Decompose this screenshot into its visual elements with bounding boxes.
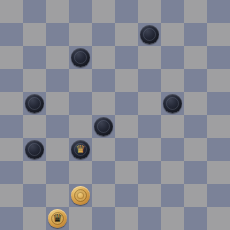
square-7-1 [161, 23, 184, 46]
square-18[interactable] [92, 69, 115, 92]
square-28[interactable] [92, 115, 115, 138]
square-6-6 [138, 138, 161, 161]
square-43[interactable] [115, 184, 138, 207]
black-man[interactable] [140, 25, 159, 44]
square-1-5 [23, 115, 46, 138]
square-1[interactable] [23, 0, 46, 23]
king-crown-icon: ♛ [76, 144, 86, 155]
square-2-8 [46, 184, 69, 207]
square-8-2 [184, 46, 207, 69]
square-2-4 [46, 92, 69, 115]
square-2-6 [46, 138, 69, 161]
square-9-3 [207, 69, 230, 92]
square-8-8 [184, 184, 207, 207]
square-3-3 [69, 69, 92, 92]
square-12[interactable] [69, 46, 92, 69]
square-8-6 [184, 138, 207, 161]
square-46[interactable] [0, 207, 23, 230]
draughts-board: ♛♛ [0, 0, 230, 230]
square-26[interactable] [0, 115, 23, 138]
square-7-9 [161, 207, 184, 230]
square-6-8 [138, 184, 161, 207]
square-20[interactable] [184, 69, 207, 92]
square-33[interactable] [115, 138, 138, 161]
square-6[interactable] [0, 23, 23, 46]
square-1-7 [23, 161, 46, 184]
square-1-9 [23, 207, 46, 230]
square-11[interactable] [23, 46, 46, 69]
white-king[interactable]: ♛ [48, 209, 67, 228]
square-25[interactable] [207, 92, 230, 115]
square-3-9 [69, 207, 92, 230]
square-5-1 [115, 23, 138, 46]
square-36[interactable] [0, 161, 23, 184]
square-50[interactable] [184, 207, 207, 230]
square-21[interactable] [23, 92, 46, 115]
square-8-0 [184, 0, 207, 23]
square-0-8 [0, 184, 23, 207]
square-32[interactable]: ♛ [69, 138, 92, 161]
square-48[interactable] [92, 207, 115, 230]
square-39[interactable] [138, 161, 161, 184]
square-4[interactable] [161, 0, 184, 23]
square-5-5 [115, 115, 138, 138]
square-30[interactable] [184, 115, 207, 138]
square-38[interactable] [92, 161, 115, 184]
square-7-3 [161, 69, 184, 92]
square-31[interactable] [23, 138, 46, 161]
square-6-2 [138, 46, 161, 69]
square-19[interactable] [138, 69, 161, 92]
square-9-7 [207, 161, 230, 184]
square-45[interactable] [207, 184, 230, 207]
square-9-9 [207, 207, 230, 230]
square-7-7 [161, 161, 184, 184]
square-2-2 [46, 46, 69, 69]
square-41[interactable] [23, 184, 46, 207]
square-4-0 [92, 0, 115, 23]
black-king[interactable]: ♛ [71, 140, 90, 159]
square-4-2 [92, 46, 115, 69]
square-2-0 [46, 0, 69, 23]
square-7-5 [161, 115, 184, 138]
black-man[interactable] [71, 48, 90, 67]
black-man[interactable] [25, 94, 44, 113]
square-14[interactable] [161, 46, 184, 69]
square-5-3 [115, 69, 138, 92]
square-22[interactable] [69, 92, 92, 115]
square-2[interactable] [69, 0, 92, 23]
square-0-6 [0, 138, 23, 161]
square-1-1 [23, 23, 46, 46]
square-23[interactable] [115, 92, 138, 115]
black-man[interactable] [94, 117, 113, 136]
square-42[interactable] [69, 184, 92, 207]
square-34[interactable] [161, 138, 184, 161]
square-4-6 [92, 138, 115, 161]
square-27[interactable] [46, 115, 69, 138]
white-man[interactable] [71, 186, 90, 205]
square-4-8 [92, 184, 115, 207]
square-5[interactable] [207, 0, 230, 23]
square-44[interactable] [161, 184, 184, 207]
square-9-1 [207, 23, 230, 46]
king-crown-icon: ♛ [53, 213, 63, 224]
square-10[interactable] [184, 23, 207, 46]
square-3-1 [69, 23, 92, 46]
square-29[interactable] [138, 115, 161, 138]
square-49[interactable] [138, 207, 161, 230]
square-7[interactable] [46, 23, 69, 46]
square-17[interactable] [46, 69, 69, 92]
square-0-2 [0, 46, 23, 69]
square-3[interactable] [115, 0, 138, 23]
square-3-5 [69, 115, 92, 138]
square-24[interactable] [161, 92, 184, 115]
black-man[interactable] [163, 94, 182, 113]
square-15[interactable] [207, 46, 230, 69]
square-35[interactable] [207, 138, 230, 161]
square-8[interactable] [92, 23, 115, 46]
square-9-5 [207, 115, 230, 138]
square-0-0 [0, 0, 23, 23]
square-4-4 [92, 92, 115, 115]
square-6-4 [138, 92, 161, 115]
square-3-7 [69, 161, 92, 184]
square-9[interactable] [138, 23, 161, 46]
square-5-9 [115, 207, 138, 230]
square-5-7 [115, 161, 138, 184]
square-47[interactable]: ♛ [46, 207, 69, 230]
square-0-4 [0, 92, 23, 115]
square-6-0 [138, 0, 161, 23]
square-16[interactable] [0, 69, 23, 92]
square-37[interactable] [46, 161, 69, 184]
square-1-3 [23, 69, 46, 92]
black-man[interactable] [25, 140, 44, 159]
square-40[interactable] [184, 161, 207, 184]
square-8-4 [184, 92, 207, 115]
square-13[interactable] [115, 46, 138, 69]
